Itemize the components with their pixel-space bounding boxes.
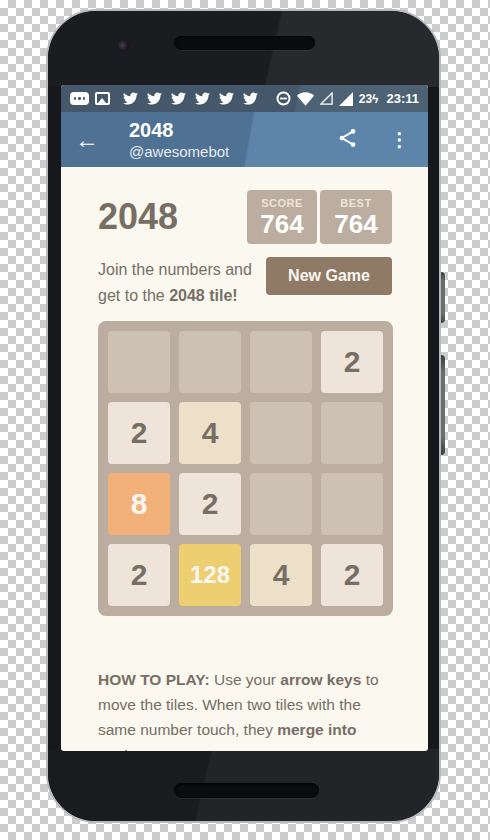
screenshot-notification-icon <box>95 92 110 105</box>
wifi-icon <box>297 92 314 106</box>
empty-cell <box>321 473 383 535</box>
text-line: HOW TO PLAY: Use your arrow keys to <box>98 667 392 692</box>
signal-empty-icon <box>320 92 333 105</box>
best-value: 764 <box>334 210 377 238</box>
twitter-icon <box>122 91 139 106</box>
tile-8: 8 <box>108 473 170 535</box>
signal-full-icon <box>339 92 353 106</box>
transparent-checker-background: 23ϟ 23:11 ← 2048 @awesomebot <box>0 0 490 840</box>
new-game-button[interactable]: New Game <box>266 257 392 295</box>
app-bar-title: 2048 <box>129 118 338 142</box>
clock: 23:11 <box>386 91 419 106</box>
tile-2: 2 <box>321 331 383 393</box>
best-box: BEST 764 <box>320 190 392 244</box>
text-line: one! <box>98 742 392 751</box>
twitter-icon <box>170 91 187 106</box>
tile-2: 2 <box>179 473 241 535</box>
how-to-play-text: HOW TO PLAY: Use your arrow keys tomove … <box>98 667 392 751</box>
board[interactable]: 22482212842 <box>98 321 393 616</box>
charging-bolt-icon: ϟ <box>372 92 378 106</box>
text-line: Join the numbers and <box>98 257 266 283</box>
back-button[interactable]: ← <box>75 128 105 152</box>
tile-4: 4 <box>179 402 241 464</box>
text-line: get to the 2048 tile! <box>98 283 266 309</box>
empty-cell <box>250 331 312 393</box>
score-label: SCORE <box>261 196 303 210</box>
app-bar-subtitle: @awesomebot <box>129 142 338 161</box>
tile-2: 2 <box>108 402 170 464</box>
phone-bottom-bezel <box>48 749 439 821</box>
more-notifications-icon <box>70 92 89 105</box>
game-page: 2048 SCORE 764 BEST 764 Join the numbers <box>61 190 428 751</box>
tile-2: 2 <box>321 544 383 606</box>
bottom-speaker <box>174 783 319 798</box>
share-button[interactable] <box>338 128 357 152</box>
phone-frame: 23ϟ 23:11 ← 2048 @awesomebot <box>46 9 441 823</box>
twitter-notification-icons <box>122 91 259 106</box>
tile-128: 128 <box>179 544 241 606</box>
empty-cell <box>250 473 312 535</box>
overflow-menu-button[interactable]: ⋮ <box>390 130 409 149</box>
phone-top-bezel <box>48 11 439 87</box>
page-title: 2048 <box>98 196 247 238</box>
earpiece-speaker <box>174 36 315 50</box>
twitter-icon <box>194 91 211 106</box>
intro-text: Join the numbers andget to the 2048 tile… <box>98 257 266 309</box>
score-value: 764 <box>260 210 303 238</box>
empty-cell <box>179 331 241 393</box>
status-bar: 23ϟ 23:11 <box>61 85 428 112</box>
tile-4: 4 <box>250 544 312 606</box>
score-box: SCORE 764 <box>247 190 317 244</box>
do-not-disturb-icon <box>276 91 291 106</box>
battery-status: 23ϟ <box>359 92 379 106</box>
text-line: same number touch, they merge into <box>98 717 392 742</box>
app-bar: ← 2048 @awesomebot ⋮ <box>61 112 428 167</box>
twitter-icon <box>218 91 235 106</box>
empty-cell <box>108 331 170 393</box>
empty-cell <box>321 402 383 464</box>
phone-screen: 23ϟ 23:11 ← 2048 @awesomebot <box>61 85 428 751</box>
front-camera <box>118 41 129 52</box>
twitter-icon <box>242 91 259 106</box>
app-bar-titles: 2048 @awesomebot <box>129 118 338 161</box>
empty-cell <box>250 402 312 464</box>
tile-2: 2 <box>108 544 170 606</box>
twitter-icon <box>146 91 163 106</box>
battery-percent: 23 <box>359 92 372 106</box>
text-line: move the tiles. When two tiles with the <box>98 692 392 717</box>
best-label: BEST <box>340 196 371 210</box>
